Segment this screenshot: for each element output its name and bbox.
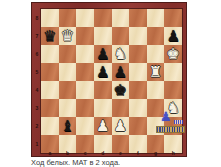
rank-label-2: 2: [33, 117, 41, 135]
square-d8[interactable]: [94, 9, 112, 27]
white-knight: ♞: [112, 45, 130, 63]
square-h6[interactable]: ♚: [164, 45, 182, 63]
square-c2[interactable]: [76, 117, 94, 135]
square-f7[interactable]: [129, 27, 147, 45]
square-c5[interactable]: [76, 63, 94, 81]
square-d5[interactable]: ♟: [94, 63, 112, 81]
file-label-c: c: [76, 151, 94, 156]
square-a7[interactable]: ♛: [41, 27, 59, 45]
square-a4[interactable]: [41, 81, 59, 99]
black-pawn: ♟: [164, 27, 182, 45]
square-a5[interactable]: [41, 63, 59, 81]
black-king: ♚: [112, 81, 130, 99]
square-g7[interactable]: [147, 27, 165, 45]
black-pawn: ♟: [94, 45, 112, 63]
square-c7[interactable]: [76, 27, 94, 45]
file-label-h: h: [164, 151, 182, 156]
square-f4[interactable]: [129, 81, 147, 99]
rank-label-1: 1: [33, 135, 41, 153]
square-d6[interactable]: ♟: [94, 45, 112, 63]
square-e3[interactable]: [112, 99, 130, 117]
puzzle-caption: Ход белых. МАТ в 2 хода.: [31, 158, 120, 167]
square-b2[interactable]: ♝: [59, 117, 77, 135]
square-e7[interactable]: [112, 27, 130, 45]
square-d4[interactable]: [94, 81, 112, 99]
black-pawn: ♟: [94, 63, 112, 81]
white-pawn: ♟: [94, 117, 112, 135]
file-label-g: g: [147, 151, 165, 156]
watermark-text-band: [156, 126, 185, 133]
square-b3[interactable]: [59, 99, 77, 117]
file-label-f: f: [129, 151, 147, 156]
square-b6[interactable]: [59, 45, 77, 63]
square-f2[interactable]: [129, 117, 147, 135]
file-label-a: a: [41, 151, 59, 156]
square-b5[interactable]: [59, 63, 77, 81]
square-g4[interactable]: [147, 81, 165, 99]
rank-label-4: 4: [33, 81, 41, 99]
square-d2[interactable]: ♟: [94, 117, 112, 135]
square-b8[interactable]: [59, 9, 77, 27]
black-pawn: ♟: [112, 63, 130, 81]
file-label-b: b: [59, 151, 77, 156]
square-a2[interactable]: [41, 117, 59, 135]
square-g5[interactable]: ♜: [147, 63, 165, 81]
square-b7[interactable]: ♛: [59, 27, 77, 45]
file-labels: abcdefgh: [41, 151, 182, 156]
chess-puzzle-diagram: 87654321 ♛♛♟♟♞♚♟♟♜♚♞♝♟♟ abcdefgh ♟ Ход б…: [0, 0, 221, 167]
square-f5[interactable]: [129, 63, 147, 81]
black-queen: ♛: [41, 27, 59, 45]
square-h4[interactable]: [164, 81, 182, 99]
watermark-chess-piece-icon: ♟: [160, 110, 172, 123]
square-e5[interactable]: ♟: [112, 63, 130, 81]
rank-label-3: 3: [33, 99, 41, 117]
square-c8[interactable]: [76, 9, 94, 27]
square-a6[interactable]: [41, 45, 59, 63]
watermark-logo: ♟: [156, 110, 184, 136]
file-label-e: e: [112, 151, 130, 156]
rank-label-8: 8: [33, 9, 41, 27]
black-bishop: ♝: [59, 117, 77, 135]
square-c3[interactable]: [76, 99, 94, 117]
square-c6[interactable]: [76, 45, 94, 63]
square-f3[interactable]: [129, 99, 147, 117]
white-rook: ♜: [147, 63, 165, 81]
square-f8[interactable]: [129, 9, 147, 27]
square-g8[interactable]: [147, 9, 165, 27]
square-h8[interactable]: [164, 9, 182, 27]
rank-label-5: 5: [33, 63, 41, 81]
white-king: ♚: [164, 45, 182, 63]
square-e6[interactable]: ♞: [112, 45, 130, 63]
square-h5[interactable]: [164, 63, 182, 81]
square-e8[interactable]: [112, 9, 130, 27]
white-pawn: ♟: [112, 117, 130, 135]
square-d7[interactable]: [94, 27, 112, 45]
square-e2[interactable]: ♟: [112, 117, 130, 135]
file-label-d: d: [94, 151, 112, 156]
square-g6[interactable]: [147, 45, 165, 63]
square-c4[interactable]: [76, 81, 94, 99]
square-a8[interactable]: [41, 9, 59, 27]
square-h7[interactable]: ♟: [164, 27, 182, 45]
square-f6[interactable]: [129, 45, 147, 63]
rank-label-7: 7: [33, 27, 41, 45]
square-b4[interactable]: [59, 81, 77, 99]
white-queen: ♛: [59, 27, 77, 45]
square-d3[interactable]: [94, 99, 112, 117]
chess-board-frame: 87654321 ♛♛♟♟♞♚♟♟♜♚♞♝♟♟ abcdefgh ♟: [31, 2, 187, 157]
square-a3[interactable]: [41, 99, 59, 117]
rank-label-6: 6: [33, 45, 41, 63]
watermark-mini-text: [174, 120, 183, 124]
rank-labels: 87654321: [33, 9, 41, 153]
square-e4[interactable]: ♚: [112, 81, 130, 99]
